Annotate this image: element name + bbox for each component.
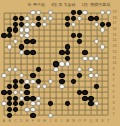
row-label-1: 1 — [113, 112, 117, 118]
white-stone — [7, 44, 12, 49]
black-stone — [1, 90, 6, 95]
intersection-F14[interactable] — [30, 38, 36, 44]
black-stone — [65, 50, 70, 55]
star-point — [90, 29, 92, 31]
black-stone — [36, 16, 41, 21]
black-stone — [82, 90, 87, 95]
white-stone — [94, 22, 99, 27]
intersection-J7[interactable] — [47, 78, 53, 84]
black-stone — [1, 33, 6, 38]
white-stone — [42, 22, 47, 27]
black-stone — [71, 10, 76, 15]
white-stone — [19, 50, 24, 55]
white-stone — [100, 44, 105, 49]
intersection-L8[interactable] — [59, 73, 65, 79]
intersection-D16[interactable] — [18, 27, 24, 33]
black-stone — [24, 96, 29, 101]
intersection-Q11[interactable] — [88, 56, 94, 62]
black-stone — [7, 27, 12, 32]
white-stone — [19, 33, 24, 38]
black-stone — [13, 107, 18, 112]
white-stone — [94, 101, 99, 106]
intersection-E17[interactable] — [24, 21, 30, 27]
white-stone — [59, 84, 64, 89]
white-stone — [100, 10, 105, 15]
white-stone — [77, 67, 82, 72]
white-stone — [94, 73, 99, 78]
black-stone — [53, 61, 58, 66]
black-stone — [106, 22, 111, 27]
black-stone — [77, 39, 82, 44]
player-white-info: 1段· 围棋中盘战 — [82, 0, 111, 10]
black-stone — [65, 44, 70, 49]
intersection-P4[interactable] — [82, 95, 88, 101]
intersection-A5[interactable] — [1, 90, 7, 96]
black-stone — [36, 22, 41, 27]
black-stone — [100, 22, 105, 27]
black-stone — [65, 56, 70, 61]
black-stone — [59, 79, 64, 84]
black-stone — [13, 27, 18, 32]
intersection-E4[interactable] — [24, 95, 30, 101]
black-stone — [24, 50, 29, 55]
white-stone — [7, 67, 12, 72]
white-stone — [19, 27, 24, 32]
white-stone — [94, 39, 99, 44]
star-point — [20, 63, 22, 65]
white-stone — [42, 84, 47, 89]
white-stone — [36, 84, 41, 89]
white-stone — [48, 113, 53, 118]
black-stone — [30, 39, 35, 44]
intersection-O14[interactable] — [76, 38, 82, 44]
white-stone — [13, 67, 18, 72]
white-stone — [1, 101, 6, 106]
white-stone — [24, 107, 29, 112]
white-stone — [48, 16, 53, 21]
intersection-K10[interactable] — [53, 61, 59, 67]
intersection-Q8[interactable] — [88, 73, 94, 79]
intersection-D4[interactable] — [18, 95, 24, 101]
white-stone — [30, 101, 35, 106]
black-stone — [36, 67, 41, 72]
white-stone — [53, 67, 58, 72]
black-stone — [24, 39, 29, 44]
black-stone — [7, 113, 12, 118]
col-label-T: T — [105, 119, 111, 124]
white-stone — [19, 73, 24, 78]
black-stone — [59, 73, 64, 78]
black-stone — [88, 101, 93, 106]
black-stone — [65, 16, 70, 21]
black-stone — [7, 101, 12, 106]
black-stone — [82, 50, 87, 55]
intersection-T17[interactable] — [105, 21, 111, 27]
intersection-L7[interactable] — [59, 78, 65, 84]
white-stone — [36, 96, 41, 101]
column-labels: ABCDEFGHJKLMNOPQRST — [1, 119, 111, 124]
black-stone — [30, 113, 35, 118]
intersection-A8[interactable] — [1, 73, 7, 79]
white-stone — [48, 10, 53, 15]
black-stone — [7, 33, 12, 38]
intersection-C16[interactable] — [13, 27, 19, 33]
intersection-T1[interactable] — [105, 112, 111, 118]
intersection-F8[interactable] — [30, 73, 36, 79]
black-stone — [59, 50, 64, 55]
black-stone — [77, 90, 82, 95]
black-stone — [13, 16, 18, 21]
white-stone — [24, 22, 29, 27]
white-stone — [48, 79, 53, 84]
black-stone — [13, 96, 18, 101]
black-stone — [30, 50, 35, 55]
white-stone — [30, 107, 35, 112]
white-stone — [94, 56, 99, 61]
star-point — [90, 63, 92, 65]
intersection-D13[interactable] — [18, 44, 24, 50]
black-stone — [88, 16, 93, 21]
white-stone — [30, 10, 35, 15]
intersection-D7[interactable] — [18, 78, 24, 84]
black-stone — [19, 22, 24, 27]
white-stone — [100, 27, 105, 32]
black-stone — [30, 96, 35, 101]
intersection-F1[interactable] — [30, 112, 36, 118]
white-stone — [30, 22, 35, 27]
row-labels: 19181716151413121110987654321 — [113, 10, 117, 118]
black-stone — [7, 96, 12, 101]
black-stone — [65, 101, 70, 106]
game-info-bar: B: 男子组 4段·黑 朱金砖 1段· 围棋中盘战 — [0, 0, 120, 10]
black-stone — [13, 79, 18, 84]
black-stone — [13, 101, 18, 106]
white-stone — [106, 10, 111, 15]
black-stone — [36, 79, 41, 84]
intersection-D17[interactable] — [18, 21, 24, 27]
black-stone — [77, 73, 82, 78]
white-stone — [13, 90, 18, 95]
star-point — [55, 29, 57, 31]
intersection-F7[interactable] — [30, 78, 36, 84]
black-stone — [65, 22, 70, 27]
black-stone — [13, 22, 18, 27]
match-info: 4段·黑 朱金砖 — [51, 0, 76, 10]
white-stone — [82, 10, 87, 15]
white-stone — [24, 33, 29, 38]
intersection-F4[interactable] — [30, 95, 36, 101]
white-stone — [19, 96, 24, 101]
black-stone — [77, 10, 82, 15]
white-stone — [36, 10, 41, 15]
black-stone — [19, 79, 24, 84]
intersection-Q18[interactable] — [88, 16, 94, 22]
black-stone — [24, 90, 29, 95]
black-stone — [94, 16, 99, 21]
black-stone — [77, 33, 82, 38]
black-stone — [71, 33, 76, 38]
white-stone — [24, 16, 29, 21]
white-stone — [77, 16, 82, 21]
intersection-Q4[interactable] — [88, 95, 94, 101]
intersection-E14[interactable] — [24, 38, 30, 44]
black-stone — [24, 84, 29, 89]
intersection-S16[interactable] — [100, 27, 106, 33]
white-stone — [13, 39, 18, 44]
white-stone — [24, 79, 29, 84]
black-stone — [19, 44, 24, 49]
black-stone — [19, 16, 24, 21]
black-stone — [13, 84, 18, 89]
black-stone — [88, 96, 93, 101]
black-stone — [82, 96, 87, 101]
black-stone — [71, 79, 76, 84]
black-stone — [7, 90, 12, 95]
intersection-F17[interactable] — [30, 21, 36, 27]
white-stone — [88, 73, 93, 78]
white-stone — [88, 56, 93, 61]
black-stone — [48, 101, 53, 106]
white-stone — [42, 16, 47, 21]
intersection-E16[interactable] — [24, 27, 30, 33]
white-stone — [71, 22, 76, 27]
black-stone — [7, 84, 12, 89]
white-stone — [82, 56, 87, 61]
black-stone — [30, 73, 35, 78]
black-stone — [19, 101, 24, 106]
intersection-L10[interactable] — [59, 61, 65, 67]
intersection-E7[interactable] — [24, 78, 30, 84]
white-stone — [36, 101, 41, 106]
white-stone — [1, 73, 6, 78]
star-point — [55, 97, 57, 99]
white-stone — [24, 27, 29, 32]
intersection-J1[interactable] — [47, 112, 53, 118]
white-stone — [30, 79, 35, 84]
white-stone — [19, 90, 24, 95]
go-board[interactable] — [1, 10, 111, 118]
black-stone — [7, 107, 12, 112]
intersection-P11[interactable] — [82, 56, 88, 62]
intersection-S13[interactable] — [100, 44, 106, 50]
white-stone — [59, 61, 64, 66]
white-stone — [65, 61, 70, 66]
player-black-info: B: 男子组 — [28, 0, 45, 10]
black-stone — [71, 16, 76, 21]
black-stone — [94, 84, 99, 89]
intersection-F2[interactable] — [30, 107, 36, 113]
white-stone — [88, 67, 93, 72]
